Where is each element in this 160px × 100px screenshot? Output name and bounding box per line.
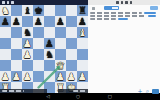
chat-area	[90, 12, 156, 21]
square-e8[interactable]	[44, 5, 55, 16]
square-f6[interactable]	[55, 27, 66, 38]
white-pawn[interactable]: ♟	[11, 71, 22, 82]
square-a8[interactable]: ♞	[0, 5, 11, 16]
square-h3[interactable]	[77, 60, 88, 71]
square-c7[interactable]	[22, 16, 33, 27]
square-e6[interactable]	[44, 27, 55, 38]
square-h5[interactable]	[77, 38, 88, 49]
recents-icon[interactable]: ▢	[104, 93, 116, 100]
square-c3[interactable]	[22, 60, 33, 71]
square-f8[interactable]	[55, 5, 66, 16]
square-c8[interactable]: ♝	[22, 5, 33, 16]
chat-line-1	[90, 12, 156, 14]
square-a3[interactable]	[0, 60, 11, 71]
home-icon[interactable]: ○	[72, 93, 84, 100]
white-knight[interactable]: ♞	[0, 5, 11, 16]
chat-link[interactable]	[144, 12, 156, 14]
white-bishop[interactable]: ♝	[77, 27, 88, 38]
sidebar-button-2[interactable]	[150, 6, 158, 10]
black-pawn[interactable]: ♟	[44, 38, 55, 49]
square-c2[interactable]: ♟	[22, 71, 33, 82]
chess-board[interactable]: ♞♝♚♜♟♟♟♟♟♞♝♟♟♟♞♛♟♟♟♟♟♟♜♜♚	[0, 5, 88, 93]
square-d7[interactable]: ♟	[33, 16, 44, 27]
black-pawn[interactable]: ♟	[0, 16, 11, 27]
square-c4[interactable]: ♟	[22, 49, 33, 60]
square-e3[interactable]	[44, 60, 55, 71]
square-f4[interactable]	[55, 49, 66, 60]
square-d5[interactable]	[33, 38, 44, 49]
square-d8[interactable]: ♚	[33, 5, 44, 16]
square-h2[interactable]: ♟	[77, 71, 88, 82]
wifi-icon	[121, 1, 124, 4]
signal-icon	[116, 1, 119, 4]
square-f3[interactable]: ♛	[55, 60, 66, 71]
square-a6[interactable]	[0, 27, 11, 38]
square-a4[interactable]	[0, 49, 11, 60]
send-button[interactable]	[152, 89, 159, 94]
white-pawn[interactable]: ♟	[22, 71, 33, 82]
square-b8[interactable]	[11, 5, 22, 16]
chat-link[interactable]	[148, 15, 156, 17]
chat-line-3	[90, 18, 156, 20]
square-c6[interactable]: ♞	[22, 27, 33, 38]
square-g7[interactable]	[66, 16, 77, 27]
square-g5[interactable]	[66, 38, 77, 49]
square-h6[interactable]: ♝	[77, 27, 88, 38]
black-bishop[interactable]: ♝	[22, 5, 33, 16]
black-pawn[interactable]: ♟	[77, 16, 88, 27]
chat-text	[90, 12, 142, 14]
square-f5[interactable]	[55, 38, 66, 49]
clock-icon	[130, 1, 133, 4]
square-g8[interactable]	[66, 5, 77, 16]
square-g4[interactable]	[66, 49, 77, 60]
square-c5[interactable]: ♟	[22, 38, 33, 49]
square-b3[interactable]	[11, 60, 22, 71]
white-queen[interactable]: ♛	[55, 60, 66, 71]
square-a7[interactable]: ♟	[0, 16, 11, 27]
square-b2[interactable]: ♟	[11, 71, 22, 82]
square-h4[interactable]	[77, 49, 88, 60]
square-d4[interactable]	[33, 49, 44, 60]
black-knight[interactable]: ♞	[44, 49, 55, 60]
white-pawn[interactable]: ♟	[22, 49, 33, 60]
white-pawn[interactable]: ♟	[22, 38, 33, 49]
square-g3[interactable]	[66, 60, 77, 71]
notification-icon	[7, 1, 10, 4]
white-pawn[interactable]: ♟	[0, 71, 11, 82]
square-h7[interactable]: ♟	[77, 16, 88, 27]
square-e7[interactable]	[44, 16, 55, 27]
player-name	[2, 90, 24, 92]
chat-actions: + ⌕	[137, 88, 159, 94]
white-pawn[interactable]: ♟	[77, 71, 88, 82]
square-f2[interactable]: ♟	[55, 71, 66, 82]
search-icon[interactable]: ⌕	[145, 88, 151, 94]
square-d6[interactable]	[33, 27, 44, 38]
black-pawn[interactable]: ♟	[33, 16, 44, 27]
android-nav-bar: ◁ ○ ▢	[0, 93, 160, 100]
square-b5[interactable]	[11, 38, 22, 49]
battery-icon	[125, 1, 128, 4]
black-knight[interactable]: ♞	[22, 27, 33, 38]
square-f7[interactable]: ♟	[55, 16, 66, 27]
chat-text	[90, 18, 116, 20]
square-d3[interactable]	[33, 60, 44, 71]
notification-icon	[2, 1, 5, 4]
square-b6[interactable]	[11, 27, 22, 38]
notification-icon	[11, 1, 14, 4]
chat-text	[90, 15, 146, 17]
square-e2[interactable]	[44, 71, 55, 82]
square-a2[interactable]: ♟	[0, 71, 11, 82]
panel-icon	[92, 7, 95, 10]
square-b7[interactable]: ♟	[11, 16, 22, 27]
white-pawn[interactable]: ♟	[66, 71, 77, 82]
square-d2[interactable]	[33, 71, 44, 82]
player-clock	[73, 90, 87, 92]
app-screen: ♞♝♚♜♟♟♟♟♟♞♝♟♟♟♞♛♟♟♟♟♟♟♜♜♚ ◁ ○ ▢ + ⌕	[0, 0, 160, 100]
square-e4[interactable]: ♞	[44, 49, 55, 60]
sidebar-button-1[interactable]	[104, 6, 119, 10]
black-rook[interactable]: ♜	[77, 5, 88, 16]
square-h8[interactable]: ♜	[77, 5, 88, 16]
black-pawn[interactable]: ♟	[11, 16, 22, 27]
chat-link[interactable]	[118, 18, 128, 20]
sidebar-button-1-field	[112, 7, 118, 9]
square-e5[interactable]: ♟	[44, 38, 55, 49]
black-pawn[interactable]: ♟	[55, 16, 66, 27]
white-pawn[interactable]: ♟	[55, 71, 66, 82]
square-a5[interactable]	[0, 38, 11, 49]
square-g2[interactable]: ♟	[66, 71, 77, 82]
chat-line-2	[90, 15, 156, 17]
square-b4[interactable]	[11, 49, 22, 60]
plus-icon[interactable]: +	[137, 88, 143, 94]
side-panel: + ⌕	[88, 5, 160, 93]
black-king[interactable]: ♚	[33, 5, 44, 16]
square-g6[interactable]	[66, 27, 77, 38]
back-icon[interactable]: ◁	[42, 93, 54, 100]
